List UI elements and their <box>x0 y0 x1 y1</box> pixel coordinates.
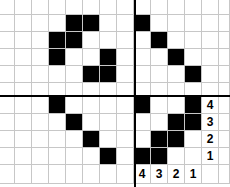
grid-cell <box>100 0 117 15</box>
grid-cell <box>202 49 219 66</box>
grid-cell <box>168 148 185 165</box>
filled-cell <box>83 66 100 83</box>
grid-cell <box>151 114 168 131</box>
filled-cell <box>49 32 66 49</box>
grid-cell <box>117 97 134 114</box>
grid-cell <box>66 97 83 114</box>
grid-cell <box>117 148 134 165</box>
grid-cell <box>185 15 202 32</box>
x-axis-line <box>0 95 230 97</box>
filled-cell <box>168 114 185 131</box>
grid-cell <box>49 66 66 83</box>
filled-cell <box>134 97 151 114</box>
grid-cell <box>49 148 66 165</box>
grid-cell <box>66 165 83 184</box>
grid-cell <box>117 131 134 148</box>
filled-cell <box>66 15 83 32</box>
grid-cell <box>49 165 66 184</box>
number-label: 3 <box>202 114 219 131</box>
grid-cell <box>83 114 100 131</box>
grid-cell <box>15 97 32 114</box>
filled-cell <box>49 97 66 114</box>
grid-cell <box>151 66 168 83</box>
filled-cell <box>151 148 168 165</box>
grid-cell <box>15 165 32 184</box>
grid-cell <box>15 15 32 32</box>
grid-cell <box>0 49 15 66</box>
grid-cell <box>83 148 100 165</box>
grid-cell <box>117 66 134 83</box>
filled-cell <box>83 131 100 148</box>
grid-cell <box>185 32 202 49</box>
grid-cell <box>219 49 230 66</box>
grid-cell <box>0 66 15 83</box>
grid-cell <box>100 15 117 32</box>
filled-cell <box>185 97 202 114</box>
filled-cell <box>49 49 66 66</box>
grid-cell <box>83 49 100 66</box>
grid-cell <box>32 131 49 148</box>
grid-cell <box>185 49 202 66</box>
grid-cell <box>117 32 134 49</box>
grid-cell <box>0 97 15 114</box>
grid-cell <box>100 131 117 148</box>
filled-cell <box>100 49 117 66</box>
grid-cell <box>100 165 117 184</box>
grid-cell <box>49 114 66 131</box>
grid-cell <box>185 148 202 165</box>
grid-cell <box>219 97 230 114</box>
grid-cell <box>15 114 32 131</box>
y-axis-line <box>134 0 136 187</box>
grid-cell <box>168 15 185 32</box>
filled-cell <box>185 66 202 83</box>
grid-cell <box>151 15 168 32</box>
grid-cell <box>219 15 230 32</box>
grid-cell <box>134 66 151 83</box>
grid-cell <box>134 32 151 49</box>
filled-cell <box>151 32 168 49</box>
grid-cell <box>117 0 134 15</box>
grid-cell <box>117 49 134 66</box>
number-label: 2 <box>168 165 185 184</box>
grid-cell <box>202 32 219 49</box>
filled-cell <box>66 114 83 131</box>
grid-cell <box>32 0 49 15</box>
grid-cell <box>83 32 100 49</box>
filled-cell <box>83 15 100 32</box>
grid-cell <box>15 131 32 148</box>
grid-cell <box>49 131 66 148</box>
grid-cell <box>32 165 49 184</box>
grid-cell <box>219 148 230 165</box>
grid-cell <box>83 165 100 184</box>
filled-cell <box>168 49 185 66</box>
grid-cell <box>66 148 83 165</box>
number-label: 2 <box>202 131 219 148</box>
grid-cell <box>0 148 15 165</box>
grid-cell <box>32 66 49 83</box>
grid-cell <box>134 0 151 15</box>
grid-cell <box>151 49 168 66</box>
grid-cell <box>100 32 117 49</box>
grid-cell <box>168 97 185 114</box>
coordinate-grid: 43214321 <box>0 0 230 184</box>
number-label: 4 <box>134 165 151 184</box>
grid-cell <box>134 114 151 131</box>
grid-cell <box>117 165 134 184</box>
filled-cell <box>66 32 83 49</box>
grid-cell <box>15 0 32 15</box>
grid-cell <box>134 49 151 66</box>
grid-cell <box>15 148 32 165</box>
grid-cell <box>185 131 202 148</box>
grid-cell <box>219 32 230 49</box>
filled-cell <box>168 131 185 148</box>
grid-cell <box>219 114 230 131</box>
grid-cell <box>66 66 83 83</box>
grid-cell <box>32 49 49 66</box>
filled-cell <box>100 148 117 165</box>
grid-cell <box>134 131 151 148</box>
grid-cell <box>0 165 15 184</box>
grid-cell <box>219 131 230 148</box>
grid-cell <box>0 32 15 49</box>
grid-cell <box>0 131 15 148</box>
grid-cell <box>117 15 134 32</box>
number-label: 3 <box>151 165 168 184</box>
grid-cell <box>219 66 230 83</box>
grid-cell <box>15 49 32 66</box>
grid-cell <box>66 131 83 148</box>
grid-cell <box>83 0 100 15</box>
grid-cell <box>0 0 15 15</box>
grid-cell <box>66 0 83 15</box>
grid-cell <box>151 0 168 15</box>
grid-cell <box>202 15 219 32</box>
grid-cell <box>32 32 49 49</box>
grid-cell <box>49 0 66 15</box>
filled-cell <box>151 131 168 148</box>
grid-cell <box>202 165 219 184</box>
grid-cell <box>0 15 15 32</box>
grid-cell <box>100 97 117 114</box>
grid-cell <box>15 32 32 49</box>
puzzle-board: 43214321 <box>0 0 230 187</box>
grid-cell <box>151 97 168 114</box>
filled-cell <box>134 15 151 32</box>
grid-cell <box>168 32 185 49</box>
grid-cell <box>117 114 134 131</box>
filled-cell <box>185 114 202 131</box>
number-label: 1 <box>202 148 219 165</box>
grid-cell <box>219 0 230 15</box>
grid-cell <box>0 114 15 131</box>
grid-cell <box>49 15 66 32</box>
grid-cell <box>168 66 185 83</box>
grid-cell <box>32 148 49 165</box>
grid-cell <box>202 66 219 83</box>
number-label: 4 <box>202 97 219 114</box>
grid-cell <box>83 97 100 114</box>
grid-cell <box>32 97 49 114</box>
filled-cell <box>134 148 151 165</box>
grid-cell <box>15 66 32 83</box>
grid-cell <box>100 114 117 131</box>
grid-cell <box>202 0 219 15</box>
grid-cell <box>185 0 202 15</box>
grid-cell <box>32 15 49 32</box>
grid-cell <box>66 49 83 66</box>
filled-cell <box>100 66 117 83</box>
grid-cell <box>168 0 185 15</box>
number-label: 1 <box>185 165 202 184</box>
grid-cell <box>219 165 230 184</box>
grid-cell <box>32 114 49 131</box>
